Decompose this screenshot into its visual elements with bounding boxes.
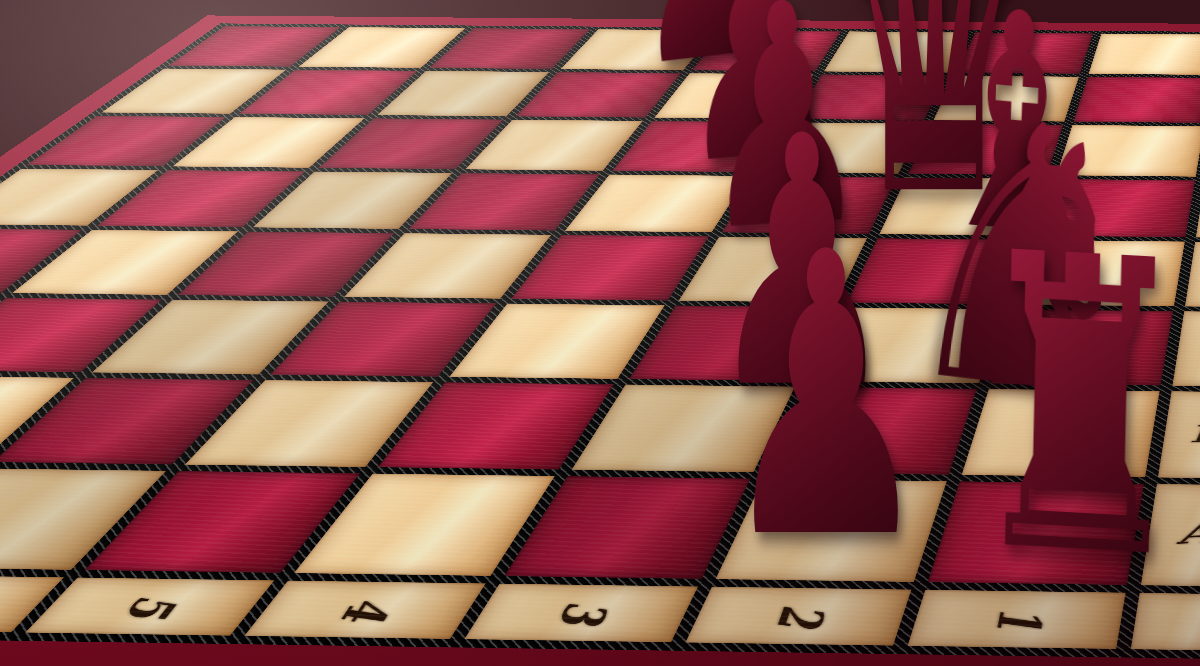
square-b1 xyxy=(962,389,1160,477)
file-label-a: A xyxy=(1175,519,1200,548)
square-g3 xyxy=(794,74,946,120)
square-f2 xyxy=(908,124,1063,176)
square-h4 xyxy=(692,30,841,71)
square-h1 xyxy=(1089,34,1200,75)
file-label-cell-d: 2 xyxy=(1185,242,1200,308)
square-c1 xyxy=(991,309,1173,385)
board-rim: HGF32CBA87654321 xyxy=(0,15,1200,666)
file-label-b: B xyxy=(1187,421,1200,446)
file-label-cell-e: 3 xyxy=(1196,180,1200,238)
square-f1 xyxy=(1057,125,1200,177)
square-f3 xyxy=(760,122,923,173)
square-d1 xyxy=(1016,240,1185,306)
rank-label-cell-1: 1 xyxy=(908,590,1126,649)
square-g4 xyxy=(654,73,813,119)
square-d3 xyxy=(679,237,867,303)
square-h3 xyxy=(824,31,967,72)
square-g2 xyxy=(933,76,1079,122)
corner-block xyxy=(1131,593,1200,651)
chess-board-photo: HGF32CBA87654321 ♟♛♟♝♟♞♟♜♟ xyxy=(0,0,1200,666)
rank-label-4: 4 xyxy=(330,598,404,621)
square-e2 xyxy=(879,177,1045,235)
file-label-cell-c: C xyxy=(1172,311,1200,386)
square-c3 xyxy=(629,305,833,381)
file-label-cell-b: B xyxy=(1158,391,1200,478)
rank-label-cell-2: 2 xyxy=(685,587,911,646)
square-g1 xyxy=(1073,77,1200,123)
rank-label-cell-3: 3 xyxy=(464,584,698,643)
file-label-cell-a: A xyxy=(1141,484,1200,587)
square-h2 xyxy=(956,32,1093,73)
rank-label-2: 2 xyxy=(767,604,834,627)
square-a2 xyxy=(716,479,947,582)
rank-label-cell-5: 5 xyxy=(25,578,274,636)
rank-label-5: 5 xyxy=(113,595,190,618)
square-d2 xyxy=(847,238,1026,304)
square-a1 xyxy=(928,481,1144,585)
square-c2 xyxy=(809,307,1002,383)
rank-label-1: 1 xyxy=(987,607,1050,630)
square-e1 xyxy=(1037,179,1195,237)
square-b2 xyxy=(766,387,977,475)
square-e3 xyxy=(722,176,897,234)
square-f4 xyxy=(612,121,782,172)
rank-label-cell-4: 4 xyxy=(244,581,485,639)
chess-board: HGF32CBA87654321 xyxy=(0,23,1200,659)
rank-label-3: 3 xyxy=(548,601,618,624)
